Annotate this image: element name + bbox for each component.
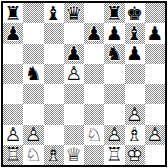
square-g1[interactable]: ♚♔ (125, 145, 145, 165)
square-a8[interactable]: ♜ (3, 3, 23, 23)
black-pawn[interactable]: ♟ (104, 23, 124, 43)
square-a1[interactable]: ♜♖ (3, 145, 23, 165)
white-pawn[interactable]: ♟♙ (3, 125, 23, 145)
square-b3[interactable] (23, 104, 43, 124)
black-pawn[interactable]: ♟ (145, 23, 165, 43)
square-f6[interactable]: ♞ (104, 44, 124, 64)
black-pawn-glyph: ♟ (145, 23, 165, 43)
square-f8[interactable]: ♜ (104, 3, 124, 23)
square-g6[interactable]: ♟ (125, 44, 145, 64)
white-pawn[interactable]: ♟♙ (125, 104, 145, 124)
square-h1[interactable] (145, 145, 165, 165)
square-e3[interactable] (84, 104, 104, 124)
white-king[interactable]: ♚♔ (125, 145, 145, 165)
black-bishop-glyph: ♝ (125, 23, 145, 43)
black-rook[interactable]: ♜ (104, 3, 124, 23)
square-c4[interactable] (44, 84, 64, 104)
square-d6[interactable]: ♟ (64, 44, 84, 64)
square-e2[interactable]: ♞♘ (84, 125, 104, 145)
square-c2[interactable] (44, 125, 64, 145)
black-pawn-glyph: ♟ (64, 44, 84, 64)
square-g2[interactable]: ♝♗ (125, 125, 145, 145)
square-d7[interactable] (64, 23, 84, 43)
white-pawn-glyph-outline: ♙ (145, 125, 165, 145)
white-rook[interactable]: ♜♖ (3, 145, 23, 165)
white-knight-glyph-outline: ♘ (23, 145, 43, 165)
white-king-glyph-outline: ♔ (125, 145, 145, 165)
square-c7[interactable] (44, 23, 64, 43)
square-h7[interactable]: ♟ (145, 23, 165, 43)
black-queen[interactable]: ♛ (64, 3, 84, 23)
square-d3[interactable] (64, 104, 84, 124)
square-g8[interactable]: ♚ (125, 3, 145, 23)
black-bishop-glyph: ♝ (44, 3, 64, 23)
white-bishop[interactable]: ♝♗ (44, 145, 64, 165)
white-pawn[interactable]: ♟♙ (64, 64, 84, 84)
square-a5[interactable] (3, 64, 23, 84)
black-king-glyph: ♚ (125, 3, 145, 23)
square-a3[interactable] (3, 104, 23, 124)
square-b7[interactable] (23, 23, 43, 43)
black-pawn[interactable]: ♟ (64, 44, 84, 64)
white-bishop-glyph-outline: ♗ (125, 125, 145, 145)
white-pawn[interactable]: ♟♙ (145, 125, 165, 145)
square-d2[interactable] (64, 125, 84, 145)
black-knight-glyph: ♞ (104, 44, 124, 64)
square-h2[interactable]: ♟♙ (145, 125, 165, 145)
white-rook[interactable]: ♜♖ (104, 145, 124, 165)
black-knight-glyph: ♞ (23, 64, 43, 84)
square-h3[interactable] (145, 104, 165, 124)
square-e1[interactable] (84, 145, 104, 165)
square-c6[interactable] (44, 44, 64, 64)
square-h5[interactable] (145, 64, 165, 84)
white-knight-glyph-outline: ♘ (84, 125, 104, 145)
square-b5[interactable]: ♞ (23, 64, 43, 84)
square-a2[interactable]: ♟♙ (3, 125, 23, 145)
black-king[interactable]: ♚ (125, 3, 145, 23)
white-pawn[interactable]: ♟♙ (104, 125, 124, 145)
square-f5[interactable] (104, 64, 124, 84)
square-d4[interactable] (64, 84, 84, 104)
chess-board: ♜♝♛♜♚♟♟♟♝♟♟♞♟♞♟♙♟♙♟♙♟♙♞♘♟♙♝♗♟♙♜♖♞♘♝♗♛♕♜♖… (3, 3, 165, 165)
square-f4[interactable] (104, 84, 124, 104)
white-rook-glyph-outline: ♖ (3, 145, 23, 165)
square-a6[interactable] (3, 44, 23, 64)
square-g7[interactable]: ♝ (125, 23, 145, 43)
white-queen[interactable]: ♛♕ (64, 145, 84, 165)
white-pawn-glyph-outline: ♙ (104, 125, 124, 145)
square-f1[interactable]: ♜♖ (104, 145, 124, 165)
square-g4[interactable] (125, 84, 145, 104)
square-e4[interactable] (84, 84, 104, 104)
square-g3[interactable]: ♟♙ (125, 104, 145, 124)
black-pawn[interactable]: ♟ (84, 23, 104, 43)
square-f3[interactable] (104, 104, 124, 124)
black-pawn-glyph: ♟ (125, 44, 145, 64)
square-c5[interactable] (44, 64, 64, 84)
black-rook[interactable]: ♜ (3, 3, 23, 23)
chess-board-frame: ♜♝♛♜♚♟♟♟♝♟♟♞♟♞♟♙♟♙♟♙♟♙♞♘♟♙♝♗♟♙♜♖♞♘♝♗♛♕♜♖… (1, 1, 167, 167)
white-rook-glyph-outline: ♖ (104, 145, 124, 165)
square-h4[interactable] (145, 84, 165, 104)
black-pawn[interactable]: ♟ (3, 23, 23, 43)
square-e6[interactable] (84, 44, 104, 64)
square-f7[interactable]: ♟ (104, 23, 124, 43)
black-rook-glyph: ♜ (104, 3, 124, 23)
square-d1[interactable]: ♛♕ (64, 145, 84, 165)
white-pawn[interactable]: ♟♙ (23, 125, 43, 145)
square-e7[interactable]: ♟ (84, 23, 104, 43)
square-e5[interactable] (84, 64, 104, 84)
square-d5[interactable]: ♟♙ (64, 64, 84, 84)
white-pawn-glyph-outline: ♙ (64, 64, 84, 84)
square-h8[interactable] (145, 3, 165, 23)
square-b8[interactable] (23, 3, 43, 23)
white-pawn-glyph-outline: ♙ (23, 125, 43, 145)
square-h6[interactable] (145, 44, 165, 64)
black-pawn[interactable]: ♟ (125, 44, 145, 64)
square-b1[interactable]: ♞♘ (23, 145, 43, 165)
black-knight[interactable]: ♞ (104, 44, 124, 64)
black-pawn-glyph: ♟ (104, 23, 124, 43)
black-queen-glyph: ♛ (64, 3, 84, 23)
black-pawn-glyph: ♟ (84, 23, 104, 43)
black-knight[interactable]: ♞ (23, 64, 43, 84)
square-a4[interactable] (3, 84, 23, 104)
square-d8[interactable]: ♛ (64, 3, 84, 23)
white-bishop-glyph-outline: ♗ (44, 145, 64, 165)
white-queen-glyph-outline: ♕ (64, 145, 84, 165)
square-c3[interactable] (44, 104, 64, 124)
black-pawn-glyph: ♟ (3, 23, 23, 43)
black-bishop[interactable]: ♝ (44, 3, 64, 23)
black-bishop[interactable]: ♝ (125, 23, 145, 43)
square-c1[interactable]: ♝♗ (44, 145, 64, 165)
white-pawn-glyph-outline: ♙ (125, 104, 145, 124)
square-b2[interactable]: ♟♙ (23, 125, 43, 145)
square-e8[interactable] (84, 3, 104, 23)
white-knight[interactable]: ♞♘ (23, 145, 43, 165)
square-b6[interactable] (23, 44, 43, 64)
white-bishop[interactable]: ♝♗ (125, 125, 145, 145)
square-c8[interactable]: ♝ (44, 3, 64, 23)
black-rook-glyph: ♜ (3, 3, 23, 23)
square-f2[interactable]: ♟♙ (104, 125, 124, 145)
white-knight[interactable]: ♞♘ (84, 125, 104, 145)
square-a7[interactable]: ♟ (3, 23, 23, 43)
square-g5[interactable] (125, 64, 145, 84)
square-b4[interactable] (23, 84, 43, 104)
white-pawn-glyph-outline: ♙ (3, 125, 23, 145)
